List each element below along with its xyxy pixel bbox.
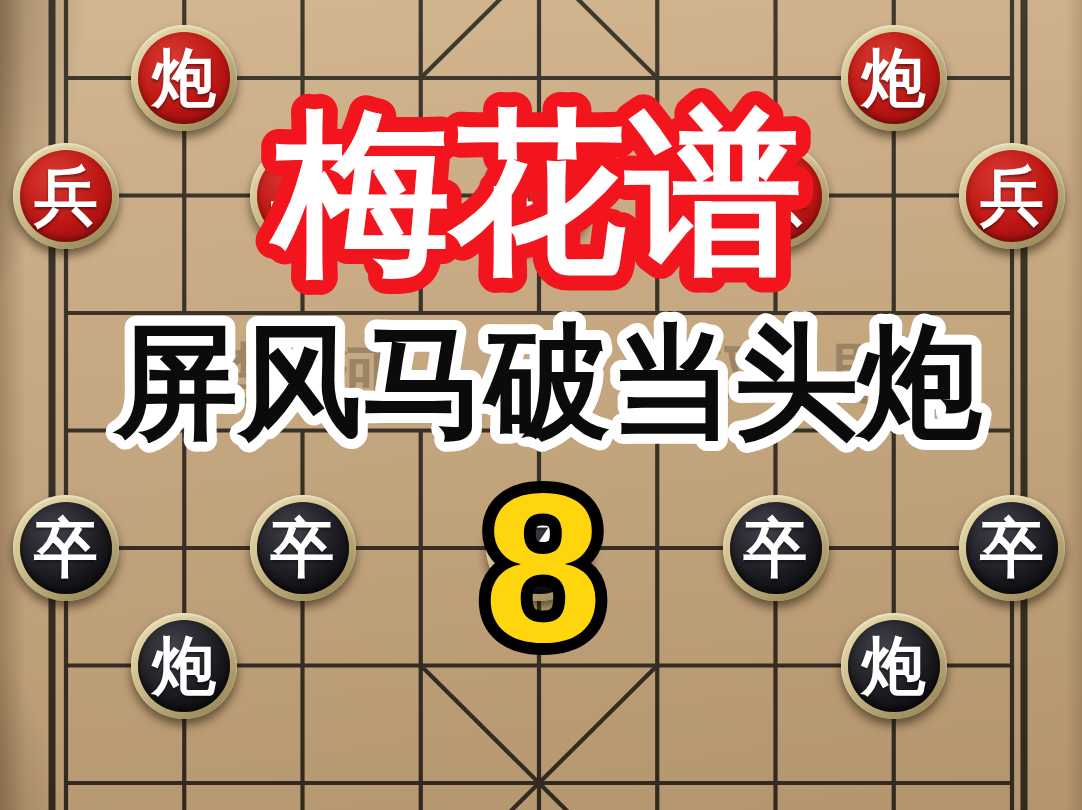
red-cannon-piece[interactable]: 炮	[131, 25, 237, 131]
black-soldier-glyph: 卒	[966, 502, 1058, 594]
red-soldier-piece[interactable]: 兵	[13, 143, 119, 249]
black-soldier-piece[interactable]: 卒	[13, 495, 119, 601]
black-soldier-glyph: 卒	[20, 502, 112, 594]
black-cannon-glyph: 炮	[848, 620, 940, 712]
red-soldier-glyph: 兵	[257, 150, 349, 242]
black-soldier-glyph: 卒	[493, 502, 585, 594]
black-soldier-piece[interactable]: 卒	[959, 495, 1065, 601]
black-soldier-piece[interactable]: 卒	[723, 495, 829, 601]
black-soldier-piece[interactable]: 卒	[486, 495, 592, 601]
black-cannon-glyph: 炮	[138, 620, 230, 712]
black-soldier-piece[interactable]: 卒	[250, 495, 356, 601]
xiangqi-board-screen: 楚 河 汉 界 炮炮兵兵兵兵兵卒卒卒卒卒炮炮 梅花谱 屏风马破当头炮 8	[0, 0, 1082, 810]
red-soldier-piece[interactable]: 兵	[250, 143, 356, 249]
piece-layer: 炮炮兵兵兵兵兵卒卒卒卒卒炮炮	[0, 0, 1082, 810]
red-cannon-glyph: 炮	[138, 32, 230, 124]
red-soldier-piece[interactable]: 兵	[959, 143, 1065, 249]
red-soldier-glyph: 兵	[966, 150, 1058, 242]
red-soldier-piece[interactable]: 兵	[723, 143, 829, 249]
red-cannon-glyph: 炮	[848, 32, 940, 124]
red-soldier-glyph: 兵	[730, 150, 822, 242]
red-soldier-glyph: 兵	[20, 150, 112, 242]
red-soldier-glyph: 兵	[493, 150, 585, 242]
red-soldier-piece[interactable]: 兵	[486, 143, 592, 249]
black-cannon-piece[interactable]: 炮	[131, 613, 237, 719]
red-cannon-piece[interactable]: 炮	[841, 25, 947, 131]
black-soldier-glyph: 卒	[257, 502, 349, 594]
black-soldier-glyph: 卒	[730, 502, 822, 594]
black-cannon-piece[interactable]: 炮	[841, 613, 947, 719]
